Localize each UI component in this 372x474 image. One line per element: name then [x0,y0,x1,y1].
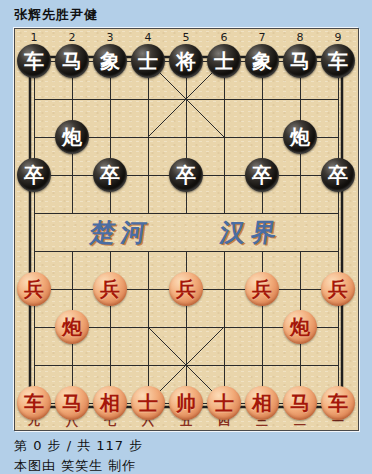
red-piece-马-r9c1[interactable]: 马 [55,386,89,420]
black-piece-象-r0c6[interactable]: 象 [245,44,279,78]
black-piece-炮-r2c7[interactable]: 炮 [283,120,317,154]
red-piece-炮-r7c7[interactable]: 炮 [283,310,317,344]
black-piece-车-r0c8[interactable]: 车 [321,44,355,78]
black-piece-士-r0c5[interactable]: 士 [207,44,241,78]
red-piece-炮-r7c1[interactable]: 炮 [55,310,89,344]
red-piece-相-r9c2[interactable]: 相 [93,386,127,420]
game-title: 张辉先胜尹健 [14,6,98,24]
black-piece-炮-r2c1[interactable]: 炮 [55,120,89,154]
red-piece-士-r9c5[interactable]: 士 [207,386,241,420]
red-piece-车-r9c0[interactable]: 车 [17,386,51,420]
red-piece-兵-r6c4[interactable]: 兵 [169,272,203,306]
red-piece-兵-r6c0[interactable]: 兵 [17,272,51,306]
credit-line: 本图由 笑笑生 制作 [14,457,136,474]
black-piece-士-r0c3[interactable]: 士 [131,44,165,78]
black-piece-卒-r3c0[interactable]: 卒 [17,158,51,192]
red-piece-兵-r6c2[interactable]: 兵 [93,272,127,306]
black-piece-卒-r3c2[interactable]: 卒 [93,158,127,192]
red-piece-帅-r9c4[interactable]: 帅 [169,386,203,420]
black-piece-卒-r3c6[interactable]: 卒 [245,158,279,192]
black-piece-马-r0c1[interactable]: 马 [55,44,89,78]
red-piece-马-r9c7[interactable]: 马 [283,386,317,420]
red-piece-兵-r6c6[interactable]: 兵 [245,272,279,306]
black-piece-卒-r3c4[interactable]: 卒 [169,158,203,192]
move-counter: 第 0 步 / 共 117 步 [14,437,143,455]
xiangqi-board[interactable]: 123456789 楚河 汉界 车马象士将士象马车炮炮卒卒卒卒卒兵兵兵兵兵炮炮车… [14,28,359,431]
red-piece-车-r9c8[interactable]: 车 [321,386,355,420]
red-piece-相-r9c6[interactable]: 相 [245,386,279,420]
red-piece-士-r9c3[interactable]: 士 [131,386,165,420]
piece-grid: 车马象士将士象马车炮炮卒卒卒卒卒兵兵兵兵兵炮炮车马相士帅士相马车 [15,42,357,422]
black-piece-马-r0c7[interactable]: 马 [283,44,317,78]
red-piece-兵-r6c8[interactable]: 兵 [321,272,355,306]
black-piece-卒-r3c8[interactable]: 卒 [321,158,355,192]
black-piece-将-r0c4[interactable]: 将 [169,44,203,78]
black-piece-车-r0c0[interactable]: 车 [17,44,51,78]
black-piece-象-r0c2[interactable]: 象 [93,44,127,78]
